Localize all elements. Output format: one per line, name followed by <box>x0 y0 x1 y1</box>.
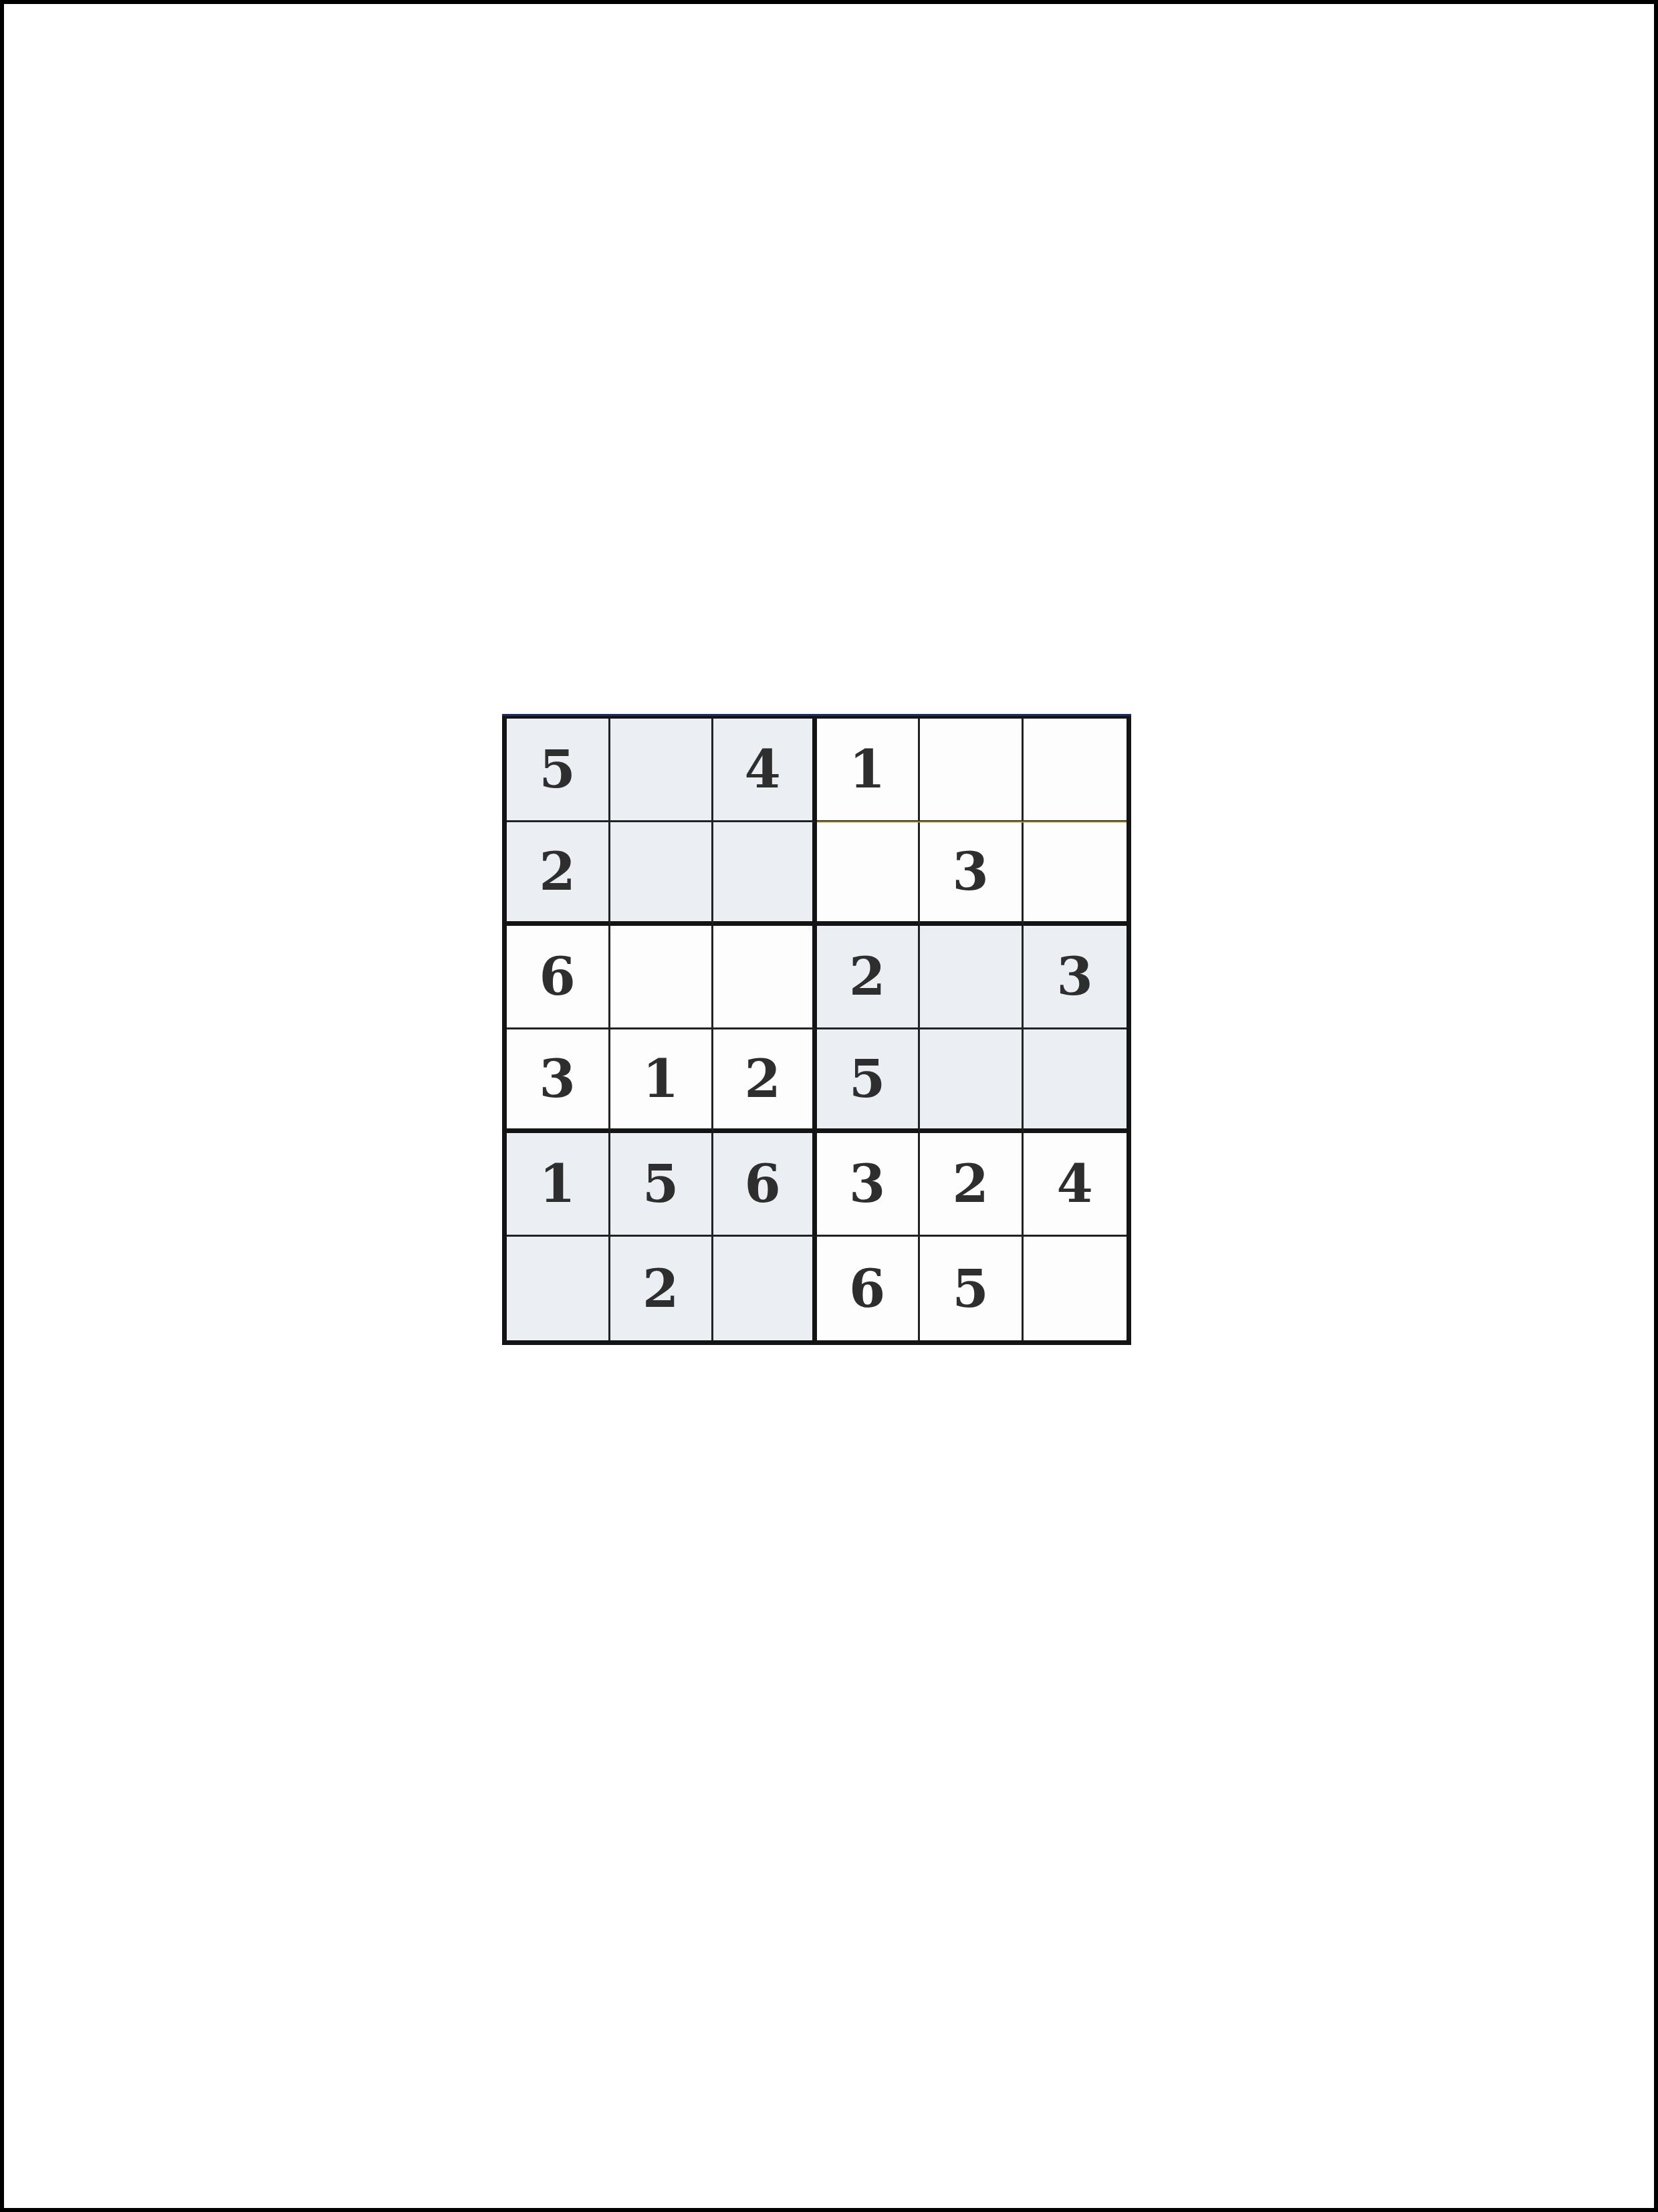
cell-r4c3[interactable]: 2 <box>713 1029 817 1133</box>
cell-r6c4[interactable]: 6 <box>817 1237 921 1340</box>
cell-r3c3[interactable] <box>713 926 817 1029</box>
cell-r6c2[interactable]: 2 <box>610 1237 714 1340</box>
scan-artifact-yellow-streak <box>817 821 1127 823</box>
cell-r3c4[interactable]: 2 <box>817 926 921 1029</box>
cell-r4c5[interactable] <box>920 1029 1024 1133</box>
cell-r5c3[interactable]: 6 <box>713 1133 817 1237</box>
cell-r1c6[interactable] <box>1024 719 1127 822</box>
cell-r3c6[interactable]: 3 <box>1024 926 1127 1029</box>
cell-r3c2[interactable] <box>610 926 714 1029</box>
cell-r1c3[interactable]: 4 <box>713 719 817 822</box>
cell-r4c4[interactable]: 5 <box>817 1029 921 1133</box>
cell-r2c6[interactable] <box>1024 822 1127 926</box>
cell-r2c2[interactable] <box>610 822 714 926</box>
cell-r5c6[interactable]: 4 <box>1024 1133 1127 1237</box>
cell-r5c1[interactable]: 1 <box>507 1133 610 1237</box>
cell-r2c3[interactable] <box>713 822 817 926</box>
cell-r5c4[interactable]: 3 <box>817 1133 921 1237</box>
cell-r1c4[interactable]: 1 <box>817 719 921 822</box>
cell-r1c1[interactable]: 5 <box>507 719 610 822</box>
cell-r1c2[interactable] <box>610 719 714 822</box>
page: 541236233125156324265 <box>0 0 1658 2212</box>
cell-r3c1[interactable]: 6 <box>507 926 610 1029</box>
cell-r6c5[interactable]: 5 <box>920 1237 1024 1340</box>
scan-artifact-top-tint <box>502 714 1131 716</box>
cell-r6c1[interactable] <box>507 1237 610 1340</box>
cell-r2c4[interactable] <box>817 822 921 926</box>
sudoku-grid: 541236233125156324265 <box>507 719 1127 1340</box>
cell-r6c3[interactable] <box>713 1237 817 1340</box>
cell-r2c1[interactable]: 2 <box>507 822 610 926</box>
cell-r1c5[interactable] <box>920 719 1024 822</box>
sudoku-board: 541236233125156324265 <box>502 714 1131 1345</box>
cell-r4c2[interactable]: 1 <box>610 1029 714 1133</box>
cell-r3c5[interactable] <box>920 926 1024 1029</box>
cell-r4c6[interactable] <box>1024 1029 1127 1133</box>
cell-r5c5[interactable]: 2 <box>920 1133 1024 1237</box>
cell-r5c2[interactable]: 5 <box>610 1133 714 1237</box>
cell-r4c1[interactable]: 3 <box>507 1029 610 1133</box>
cell-r2c5[interactable]: 3 <box>920 822 1024 926</box>
cell-r6c6[interactable] <box>1024 1237 1127 1340</box>
